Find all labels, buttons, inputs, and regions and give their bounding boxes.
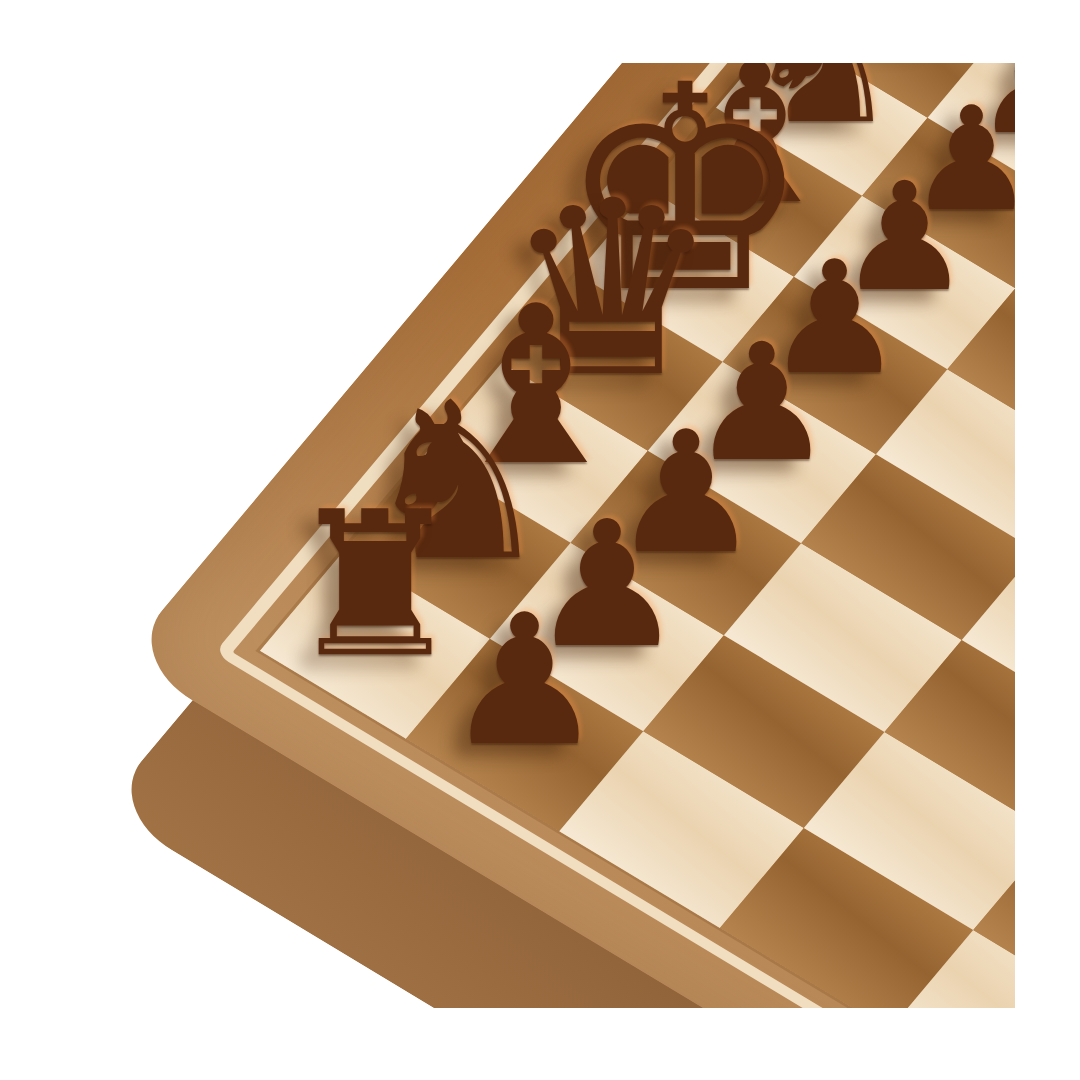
product-photo: ♜♞♝♛♚♝♞♜♟♟♟♟♟♟♟♟ [0,0,1080,1080]
photo-area: ♜♞♝♛♚♝♞♜♟♟♟♟♟♟♟♟ [0,63,1015,1008]
pieces-layer: ♜♞♝♛♚♝♞♜♟♟♟♟♟♟♟♟ [0,63,1015,1008]
piece-dark-rook: ♜ [285,485,464,685]
piece-dark-pawn: ♟ [444,591,606,771]
